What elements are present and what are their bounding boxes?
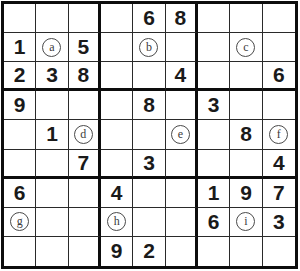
cell-r4c7[interactable]: 3 xyxy=(198,91,230,120)
cell-r7c8[interactable]: 9 xyxy=(230,179,262,208)
cell-r7c6[interactable] xyxy=(166,179,198,208)
cell-r5c6[interactable]: e xyxy=(166,120,198,149)
cell-r3c5[interactable] xyxy=(133,62,165,91)
cell-r9c7[interactable] xyxy=(198,237,230,266)
cell-r6c7[interactable] xyxy=(198,150,230,179)
cell-r1c5[interactable]: 6 xyxy=(133,4,165,33)
cell-r3c7[interactable] xyxy=(198,62,230,91)
cell-r8c6[interactable] xyxy=(166,208,198,237)
cell-r1c4[interactable] xyxy=(101,4,133,33)
given-digit: 3 xyxy=(273,211,285,233)
given-digit: 8 xyxy=(174,7,186,29)
given-digit: 6 xyxy=(143,7,155,29)
cell-r1c6[interactable]: 8 xyxy=(166,4,198,33)
cell-r5c7[interactable] xyxy=(198,120,230,149)
cell-r3c4[interactable] xyxy=(101,62,133,91)
cell-r7c5[interactable] xyxy=(133,179,165,208)
cell-r2c7[interactable] xyxy=(198,33,230,62)
cell-r6c5[interactable]: 3 xyxy=(133,150,165,179)
cell-r2c4[interactable] xyxy=(101,33,133,62)
cell-r7c7[interactable]: 1 xyxy=(198,179,230,208)
cell-r1c1[interactable] xyxy=(4,4,36,33)
cell-r1c8[interactable] xyxy=(230,4,262,33)
cell-r1c9[interactable] xyxy=(263,4,295,33)
cell-r5c5[interactable] xyxy=(133,120,165,149)
cell-r2c9[interactable] xyxy=(263,33,295,62)
cell-r3c1[interactable]: 2 xyxy=(4,62,36,91)
cell-r6c2[interactable] xyxy=(36,150,68,179)
cell-r3c9[interactable]: 6 xyxy=(263,62,295,91)
given-digit: 9 xyxy=(111,240,123,262)
cell-r7c3[interactable] xyxy=(69,179,101,208)
cell-r9c3[interactable] xyxy=(69,237,101,266)
cell-r4c3[interactable] xyxy=(69,91,101,120)
cell-r9c6[interactable] xyxy=(166,237,198,266)
given-digit: 4 xyxy=(174,64,186,86)
cell-r9c5[interactable]: 2 xyxy=(133,237,165,266)
cell-r8c1[interactable]: g xyxy=(4,208,36,237)
cell-r3c2[interactable]: 3 xyxy=(36,62,68,91)
circled-letter-i: i xyxy=(236,212,255,231)
cell-r2c3[interactable]: 5 xyxy=(69,33,101,62)
given-digit: 4 xyxy=(111,182,123,204)
cell-r1c7[interactable] xyxy=(198,4,230,33)
cell-r6c4[interactable] xyxy=(101,150,133,179)
cell-r6c6[interactable] xyxy=(166,150,198,179)
given-digit: 6 xyxy=(273,64,285,86)
cell-r4c2[interactable] xyxy=(36,91,68,120)
circled-letter-d: d xyxy=(74,125,93,144)
given-digit: 9 xyxy=(240,182,252,204)
cell-r5c1[interactable] xyxy=(4,120,36,149)
cell-r4c5[interactable]: 8 xyxy=(133,91,165,120)
cell-r6c8[interactable] xyxy=(230,150,262,179)
cell-r8c5[interactable] xyxy=(133,208,165,237)
given-digit: 9 xyxy=(14,94,26,116)
cell-r4c6[interactable] xyxy=(166,91,198,120)
given-digit: 8 xyxy=(240,123,252,145)
given-digit: 3 xyxy=(208,94,220,116)
given-digit: 7 xyxy=(273,182,285,204)
given-digit: 1 xyxy=(208,182,220,204)
cell-r9c9[interactable] xyxy=(263,237,295,266)
cell-r6c9[interactable]: 4 xyxy=(263,150,295,179)
given-digit: 8 xyxy=(77,64,89,86)
cell-r7c1[interactable]: 6 xyxy=(4,179,36,208)
circled-letter-g: g xyxy=(10,212,29,231)
cell-r2c8[interactable]: c xyxy=(230,33,262,62)
cell-r2c5[interactable]: b xyxy=(133,33,165,62)
cell-r7c9[interactable]: 7 xyxy=(263,179,295,208)
cell-r7c2[interactable] xyxy=(36,179,68,208)
cell-r9c8[interactable] xyxy=(230,237,262,266)
given-digit: 8 xyxy=(143,94,155,116)
cell-r3c6[interactable]: 4 xyxy=(166,62,198,91)
cell-r1c3[interactable] xyxy=(69,4,101,33)
given-digit: 1 xyxy=(14,36,26,58)
cell-r4c9[interactable] xyxy=(263,91,295,120)
given-digit: 6 xyxy=(208,211,220,233)
cell-r5c3[interactable]: d xyxy=(69,120,101,149)
cell-r8c7[interactable]: 6 xyxy=(198,208,230,237)
cell-r8c2[interactable] xyxy=(36,208,68,237)
cell-r4c4[interactable] xyxy=(101,91,133,120)
cell-r8c3[interactable] xyxy=(69,208,101,237)
cell-r7c4[interactable]: 4 xyxy=(101,179,133,208)
cell-r5c9[interactable]: f xyxy=(263,120,295,149)
given-digit: 7 xyxy=(77,152,89,174)
cell-r3c8[interactable] xyxy=(230,62,262,91)
given-digit: 4 xyxy=(273,152,285,174)
cell-r5c4[interactable] xyxy=(101,120,133,149)
cell-r8c4[interactable]: h xyxy=(101,208,133,237)
cell-r5c2[interactable]: 1 xyxy=(36,120,68,149)
given-digit: 2 xyxy=(143,240,155,262)
circled-letter-a: a xyxy=(42,38,61,57)
given-digit: 5 xyxy=(77,36,89,58)
sudoku-board: 681a5bc238469831de8f73464197gh6i392 xyxy=(1,1,298,269)
cell-r9c2[interactable] xyxy=(36,237,68,266)
circled-letter-b: b xyxy=(139,38,158,57)
given-digit: 1 xyxy=(46,123,58,145)
cell-r6c3[interactable]: 7 xyxy=(69,150,101,179)
cell-r4c1[interactable]: 9 xyxy=(4,91,36,120)
cell-r1c2[interactable] xyxy=(36,4,68,33)
given-digit: 6 xyxy=(14,182,26,204)
given-digit: 3 xyxy=(143,152,155,174)
given-digit: 3 xyxy=(46,64,58,86)
cell-r3c3[interactable]: 8 xyxy=(69,62,101,91)
circled-letter-c: c xyxy=(236,38,255,57)
cell-r6c1[interactable] xyxy=(4,150,36,179)
circled-letter-e: e xyxy=(171,125,190,144)
cell-r2c6[interactable] xyxy=(166,33,198,62)
cell-r8c9[interactable]: 3 xyxy=(263,208,295,237)
cell-r8c8[interactable]: i xyxy=(230,208,262,237)
cell-r9c1[interactable] xyxy=(4,237,36,266)
cell-r2c1[interactable]: 1 xyxy=(4,33,36,62)
circled-letter-h: h xyxy=(107,212,126,231)
cell-r2c2[interactable]: a xyxy=(36,33,68,62)
circled-letter-f: f xyxy=(269,125,288,144)
cell-r4c8[interactable] xyxy=(230,91,262,120)
cell-r9c4[interactable]: 9 xyxy=(101,237,133,266)
cell-r5c8[interactable]: 8 xyxy=(230,120,262,149)
given-digit: 2 xyxy=(14,64,26,86)
